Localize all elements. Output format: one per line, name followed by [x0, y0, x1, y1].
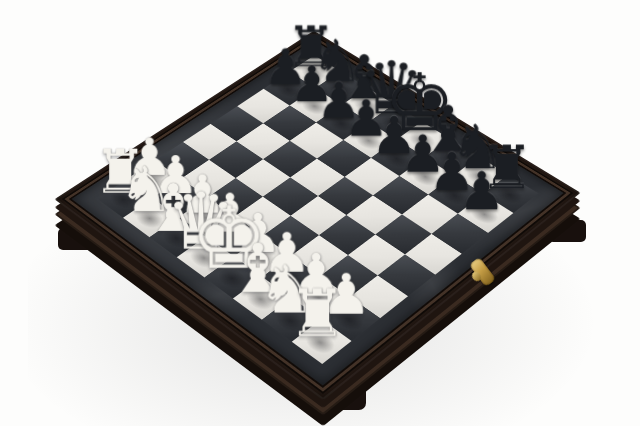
piece-shadow — [241, 285, 281, 315]
square-f8[interactable]: ♝ — [425, 139, 479, 176]
piece-shadow — [160, 186, 198, 212]
piece-shadow — [104, 186, 142, 212]
square-e2[interactable]: ♟ — [234, 236, 291, 277]
square-d5[interactable] — [290, 159, 345, 196]
piece-shadow — [432, 145, 470, 170]
chess-set-photo: ♜♞♝♛♚♝♞♜♟♟♟♟♟♟♟♟♟♟♟♟♟♟♟♟♜♞♝♛♚♝♞♜ — [0, 0, 640, 426]
marble-board-border: ♜♞♝♛♚♝♞♜♟♟♟♟♟♟♟♟♟♟♟♟♟♟♟♟♜♞♝♛♚♝♞♜ — [72, 40, 564, 385]
chess-board-grid: ♜♞♝♛♚♝♞♜♟♟♟♟♟♟♟♟♟♟♟♟♟♟♟♟♜♞♝♛♚♝♞♜ — [97, 55, 538, 364]
piece-shadow — [214, 224, 253, 252]
chess-case: ♜♞♝♛♚♝♞♜♟♟♟♟♟♟♟♟♟♟♟♟♟♟♟♟♜♞♝♛♚♝♞♜ — [132, 10, 504, 382]
piece-shadow — [134, 167, 171, 193]
piece-shadow — [300, 327, 341, 358]
case-top: ♜♞♝♛♚♝♞♜♟♟♟♟♟♟♟♟♟♟♟♟♟♟♟♟♜♞♝♛♚♝♞♜ — [55, 31, 581, 400]
piece-shadow — [212, 264, 252, 293]
